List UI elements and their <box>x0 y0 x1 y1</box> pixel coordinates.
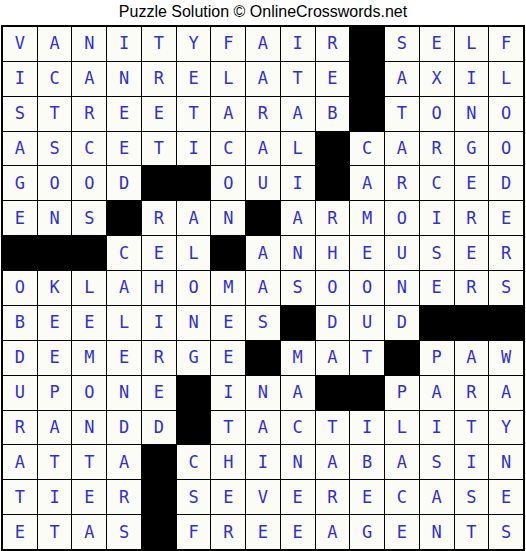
letter-cell: A <box>246 62 280 96</box>
letter-cell: A <box>316 515 350 549</box>
letter-cell: O <box>211 166 245 200</box>
letter-cell: X <box>420 62 454 96</box>
black-cell <box>246 341 280 375</box>
letter-cell: D <box>385 306 419 340</box>
letter-cell: R <box>455 376 489 410</box>
letter-cell: D <box>316 306 350 340</box>
letter-cell: A <box>107 271 141 305</box>
letter-cell: U <box>3 376 37 410</box>
letter-cell: P <box>385 376 419 410</box>
letter-cell: E <box>420 27 454 61</box>
letter-cell: B <box>350 445 384 479</box>
letter-cell: T <box>455 515 489 549</box>
letter-cell: R <box>142 341 176 375</box>
letter-cell: H <box>142 271 176 305</box>
letter-cell: C <box>350 132 384 166</box>
letter-cell: E <box>211 341 245 375</box>
letter-cell: B <box>3 306 37 340</box>
letter-cell: L <box>385 411 419 445</box>
letter-cell: R <box>211 515 245 549</box>
letter-cell: L <box>489 62 523 96</box>
letter-cell: T <box>38 515 72 549</box>
letter-cell: I <box>281 27 315 61</box>
letter-cell: E <box>420 271 454 305</box>
letter-cell: O <box>489 97 523 131</box>
letter-cell: A <box>385 132 419 166</box>
letter-cell: E <box>455 236 489 270</box>
letter-cell: N <box>107 376 141 410</box>
letter-cell: A <box>211 97 245 131</box>
letter-cell: I <box>455 62 489 96</box>
letter-cell: C <box>211 132 245 166</box>
letter-cell: E <box>281 515 315 549</box>
letter-cell: L <box>455 27 489 61</box>
letter-cell: E <box>142 236 176 270</box>
letter-cell: E <box>177 62 211 96</box>
letter-cell: D <box>489 166 523 200</box>
letter-cell: C <box>72 132 106 166</box>
black-cell <box>489 306 523 340</box>
letter-cell: I <box>281 166 315 200</box>
letter-cell: G <box>350 515 384 549</box>
letter-cell: E <box>3 515 37 549</box>
letter-cell: E <box>107 341 141 375</box>
letter-cell: O <box>316 271 350 305</box>
letter-cell: L <box>281 132 315 166</box>
letter-cell: L <box>107 306 141 340</box>
letter-cell: B <box>316 97 350 131</box>
letter-cell: E <box>350 480 384 514</box>
black-cell <box>211 236 245 270</box>
letter-cell: E <box>38 306 72 340</box>
letter-cell: S <box>489 515 523 549</box>
letter-cell: A <box>350 166 384 200</box>
letter-cell: R <box>246 97 280 131</box>
letter-cell: E <box>142 97 176 131</box>
letter-cell: V <box>246 480 280 514</box>
letter-cell: A <box>38 411 72 445</box>
letter-cell: R <box>385 166 419 200</box>
letter-cell: A <box>385 62 419 96</box>
letter-cell: E <box>211 306 245 340</box>
letter-cell: A <box>385 445 419 479</box>
letter-cell: E <box>385 515 419 549</box>
letter-cell: N <box>455 97 489 131</box>
letter-cell: E <box>211 480 245 514</box>
letter-cell: M <box>281 341 315 375</box>
black-cell <box>3 236 37 270</box>
letter-cell: A <box>281 201 315 235</box>
letter-cell: I <box>142 306 176 340</box>
letter-cell: Y <box>489 411 523 445</box>
letter-cell: L <box>211 62 245 96</box>
black-cell <box>246 201 280 235</box>
letter-cell: T <box>38 97 72 131</box>
letter-cell: L <box>72 271 106 305</box>
letter-cell: S <box>455 480 489 514</box>
letter-cell: A <box>177 201 211 235</box>
letter-cell: E <box>3 201 37 235</box>
puzzle-title: Puzzle Solution © OnlineCrosswords.net <box>0 2 526 22</box>
black-cell <box>38 236 72 270</box>
letter-cell: E <box>489 480 523 514</box>
letter-cell: T <box>316 411 350 445</box>
letter-cell: I <box>420 201 454 235</box>
letter-cell: T <box>3 480 37 514</box>
letter-cell: I <box>107 27 141 61</box>
letter-cell: O <box>385 201 419 235</box>
letter-cell: A <box>38 27 72 61</box>
letter-cell: O <box>72 376 106 410</box>
black-cell <box>316 132 350 166</box>
letter-cell: A <box>3 445 37 479</box>
letter-cell: D <box>107 411 141 445</box>
letter-cell: I <box>211 376 245 410</box>
letter-cell: I <box>350 411 384 445</box>
letter-cell: A <box>281 376 315 410</box>
letter-cell: H <box>211 445 245 479</box>
letter-cell: D <box>107 166 141 200</box>
letter-cell: R <box>142 62 176 96</box>
letter-cell: F <box>177 515 211 549</box>
letter-cell: E <box>246 515 280 549</box>
letter-cell: G <box>3 166 37 200</box>
letter-cell: K <box>38 271 72 305</box>
letter-cell: A <box>489 376 523 410</box>
letter-cell: I <box>38 480 72 514</box>
letter-cell: C <box>107 236 141 270</box>
letter-cell: A <box>316 341 350 375</box>
letter-cell: N <box>420 515 454 549</box>
letter-cell: T <box>211 411 245 445</box>
letter-cell: F <box>489 27 523 61</box>
letter-cell: M <box>72 341 106 375</box>
black-cell <box>142 445 176 479</box>
letter-cell: S <box>72 201 106 235</box>
letter-cell: R <box>107 480 141 514</box>
letter-cell: E <box>281 480 315 514</box>
black-cell <box>177 376 211 410</box>
letter-cell: R <box>316 27 350 61</box>
letter-cell: O <box>38 166 72 200</box>
black-cell <box>350 376 384 410</box>
letter-cell: T <box>142 132 176 166</box>
letter-cell: U <box>385 236 419 270</box>
letter-cell: S <box>281 271 315 305</box>
letter-cell: A <box>281 97 315 131</box>
black-cell <box>316 166 350 200</box>
letter-cell: S <box>385 27 419 61</box>
letter-cell: N <box>72 411 106 445</box>
letter-cell: I <box>177 132 211 166</box>
letter-cell: N <box>385 271 419 305</box>
letter-cell: R <box>316 480 350 514</box>
letter-cell: U <box>350 306 384 340</box>
letter-cell: H <box>316 236 350 270</box>
black-cell <box>420 306 454 340</box>
letter-cell: S <box>246 306 280 340</box>
crossword-grid: VANITYFAIRSELFICANRELATEAXILSTREETARABTO… <box>1 25 525 551</box>
letter-cell: R <box>489 236 523 270</box>
letter-cell: U <box>246 166 280 200</box>
letter-cell: A <box>246 411 280 445</box>
letter-cell: O <box>489 132 523 166</box>
letter-cell: N <box>72 27 106 61</box>
letter-cell: A <box>420 376 454 410</box>
letter-cell: A <box>246 236 280 270</box>
letter-cell: L <box>177 236 211 270</box>
black-cell <box>350 97 384 131</box>
letter-cell: D <box>142 411 176 445</box>
letter-cell: C <box>177 445 211 479</box>
letter-cell: C <box>281 411 315 445</box>
letter-cell: E <box>107 132 141 166</box>
letter-cell: S <box>420 236 454 270</box>
letter-cell: I <box>3 62 37 96</box>
letter-cell: A <box>3 132 37 166</box>
letter-cell: R <box>72 97 106 131</box>
letter-cell: A <box>72 62 106 96</box>
black-cell <box>72 236 106 270</box>
letter-cell: S <box>38 132 72 166</box>
letter-cell: S <box>107 515 141 549</box>
letter-cell: T <box>455 411 489 445</box>
letter-cell: R <box>420 132 454 166</box>
letter-cell: C <box>420 166 454 200</box>
letter-cell: G <box>177 341 211 375</box>
letter-cell: A <box>246 271 280 305</box>
letter-cell: G <box>455 132 489 166</box>
letter-cell: S <box>177 480 211 514</box>
letter-cell: Y <box>177 27 211 61</box>
letter-cell: E <box>350 236 384 270</box>
letter-cell: I <box>455 445 489 479</box>
letter-cell: E <box>489 201 523 235</box>
letter-cell: R <box>455 271 489 305</box>
letter-cell: R <box>455 201 489 235</box>
letter-cell: S <box>489 271 523 305</box>
letter-cell: N <box>281 236 315 270</box>
black-cell <box>316 376 350 410</box>
letter-cell: C <box>385 480 419 514</box>
letter-cell: N <box>246 376 280 410</box>
letter-cell: O <box>350 271 384 305</box>
letter-cell: M <box>211 271 245 305</box>
letter-cell: I <box>420 411 454 445</box>
letter-cell: T <box>72 445 106 479</box>
letter-cell: A <box>246 27 280 61</box>
black-cell <box>177 411 211 445</box>
black-cell <box>281 306 315 340</box>
letter-cell: I <box>246 445 280 479</box>
letter-cell: A <box>455 341 489 375</box>
letter-cell: E <box>72 480 106 514</box>
letter-cell: N <box>177 306 211 340</box>
letter-cell: R <box>142 201 176 235</box>
black-cell <box>177 166 211 200</box>
letter-cell: M <box>350 201 384 235</box>
letter-cell: E <box>72 306 106 340</box>
letter-cell: O <box>177 271 211 305</box>
letter-cell: W <box>489 341 523 375</box>
letter-cell: A <box>420 480 454 514</box>
black-cell <box>142 515 176 549</box>
letter-cell: T <box>177 97 211 131</box>
letter-cell: P <box>38 376 72 410</box>
letter-cell: P <box>420 341 454 375</box>
black-cell <box>455 306 489 340</box>
letter-cell: V <box>3 27 37 61</box>
letter-cell: E <box>316 62 350 96</box>
letter-cell: D <box>3 341 37 375</box>
letter-cell: E <box>455 166 489 200</box>
letter-cell: S <box>3 97 37 131</box>
letter-cell: T <box>142 27 176 61</box>
black-cell <box>350 27 384 61</box>
letter-cell: N <box>489 445 523 479</box>
letter-cell: O <box>420 97 454 131</box>
letter-cell: T <box>281 62 315 96</box>
letter-cell: R <box>316 201 350 235</box>
letter-cell: N <box>38 201 72 235</box>
black-cell <box>385 341 419 375</box>
letter-cell: A <box>246 132 280 166</box>
letter-cell: T <box>385 97 419 131</box>
letter-cell: E <box>107 97 141 131</box>
letter-cell: A <box>316 445 350 479</box>
black-cell <box>142 480 176 514</box>
letter-cell: E <box>142 376 176 410</box>
black-cell <box>142 166 176 200</box>
letter-cell: A <box>107 445 141 479</box>
letter-cell: S <box>420 445 454 479</box>
letter-cell: N <box>281 445 315 479</box>
black-cell <box>350 62 384 96</box>
letter-cell: N <box>107 62 141 96</box>
letter-cell: O <box>72 166 106 200</box>
letter-cell: O <box>3 271 37 305</box>
letter-cell: N <box>211 201 245 235</box>
letter-cell: T <box>38 445 72 479</box>
letter-cell: C <box>38 62 72 96</box>
letter-cell: T <box>350 341 384 375</box>
letter-cell: R <box>3 411 37 445</box>
letter-cell: E <box>38 341 72 375</box>
letter-cell: A <box>72 515 106 549</box>
letter-cell: F <box>211 27 245 61</box>
black-cell <box>107 201 141 235</box>
